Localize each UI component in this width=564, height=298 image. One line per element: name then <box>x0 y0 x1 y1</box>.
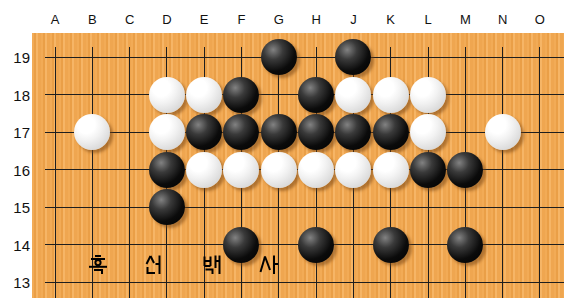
column-label-L: L <box>424 13 431 26</box>
intersection-O16[interactable] <box>521 151 558 189</box>
row-label-16: 16 <box>13 162 30 177</box>
column-label-H: H <box>311 13 320 26</box>
intersection-K13[interactable] <box>372 263 409 298</box>
white-stone-F16 <box>223 152 259 188</box>
intersection-K19[interactable] <box>372 38 409 76</box>
intersection-N13[interactable] <box>484 263 521 298</box>
column-label-A: A <box>51 13 60 26</box>
intersection-A19[interactable] <box>36 38 73 76</box>
intersection-J13[interactable] <box>335 263 372 298</box>
intersection-O18[interactable] <box>521 76 558 114</box>
row-label-17: 17 <box>13 125 30 140</box>
white-stone-J16 <box>335 152 371 188</box>
black-stone-J19 <box>335 39 371 75</box>
intersection-L14[interactable] <box>409 226 446 264</box>
intersection-H15[interactable] <box>297 188 334 226</box>
white-stone-D17 <box>149 114 185 150</box>
intersection-B15[interactable] <box>74 188 111 226</box>
black-stone-G19 <box>261 39 297 75</box>
white-stone-E18 <box>186 77 222 113</box>
intersection-N18[interactable] <box>484 76 521 114</box>
column-label-E: E <box>200 13 209 26</box>
intersection-E15[interactable] <box>186 188 223 226</box>
intersection-F15[interactable] <box>223 188 260 226</box>
intersection-D19[interactable] <box>148 38 185 76</box>
intersection-B17 <box>74 113 111 151</box>
intersection-L19[interactable] <box>409 38 446 76</box>
intersection-A16[interactable] <box>36 151 73 189</box>
intersection-B19[interactable] <box>74 38 111 76</box>
black-stone-D16 <box>149 152 185 188</box>
intersection-A14[interactable] <box>36 226 73 264</box>
intersection-M17[interactable] <box>447 113 484 151</box>
column-label-D: D <box>162 13 171 26</box>
problem-caption: 흑선백사 <box>88 255 279 275</box>
intersection-M16 <box>447 151 484 189</box>
row-label-18: 18 <box>13 87 30 102</box>
intersection-K17 <box>372 113 409 151</box>
intersection-H18 <box>297 76 334 114</box>
black-stone-M16 <box>447 152 483 188</box>
intersection-F16 <box>223 151 260 189</box>
intersection-F17 <box>223 113 260 151</box>
intersection-C15[interactable] <box>111 188 148 226</box>
intersection-H16 <box>297 151 334 189</box>
black-stone-K17 <box>373 114 409 150</box>
row-labels-strip: 19181716151413 <box>0 0 32 298</box>
intersection-N19[interactable] <box>484 38 521 76</box>
column-labels-strip: ABCDEFGHJKLMNO <box>0 0 564 33</box>
intersection-M19[interactable] <box>447 38 484 76</box>
row-label-14: 14 <box>13 237 30 252</box>
white-stone-D18 <box>149 77 185 113</box>
intersection-D15 <box>148 188 185 226</box>
column-label-G: G <box>274 13 284 26</box>
intersection-L13[interactable] <box>409 263 446 298</box>
white-stone-K16 <box>373 152 409 188</box>
intersection-A15[interactable] <box>36 188 73 226</box>
intersection-J14[interactable] <box>335 226 372 264</box>
intersection-L17 <box>409 113 446 151</box>
intersection-G18[interactable] <box>260 76 297 114</box>
intersection-G19 <box>260 38 297 76</box>
intersection-C19[interactable] <box>111 38 148 76</box>
intersection-K15[interactable] <box>372 188 409 226</box>
intersection-G15[interactable] <box>260 188 297 226</box>
black-stone-F17 <box>223 114 259 150</box>
intersection-E19[interactable] <box>186 38 223 76</box>
column-label-K: K <box>386 13 395 26</box>
intersection-N16[interactable] <box>484 151 521 189</box>
intersection-A18[interactable] <box>36 76 73 114</box>
black-stone-J17 <box>335 114 371 150</box>
intersection-H17 <box>297 113 334 151</box>
black-stone-H17 <box>298 114 334 150</box>
intersection-C17[interactable] <box>111 113 148 151</box>
white-stone-L18 <box>410 77 446 113</box>
intersection-J15[interactable] <box>335 188 372 226</box>
intersection-K18 <box>372 76 409 114</box>
white-stone-N17 <box>485 114 521 150</box>
intersection-D17 <box>148 113 185 151</box>
intersection-C16[interactable] <box>111 151 148 189</box>
intersection-C18[interactable] <box>111 76 148 114</box>
intersection-N15[interactable] <box>484 188 521 226</box>
black-stone-K14 <box>373 227 409 263</box>
intersection-G16 <box>260 151 297 189</box>
intersection-O14[interactable] <box>521 226 558 264</box>
intersection-K16 <box>372 151 409 189</box>
white-stone-G16 <box>261 152 297 188</box>
intersection-N14[interactable] <box>484 226 521 264</box>
column-label-M: M <box>460 13 471 26</box>
column-label-N: N <box>498 13 507 26</box>
row-label-19: 19 <box>13 50 30 65</box>
intersection-H14 <box>297 226 334 264</box>
black-stone-F18 <box>223 77 259 113</box>
intersection-J16 <box>335 151 372 189</box>
intersection-D16 <box>148 151 185 189</box>
white-stone-K18 <box>373 77 409 113</box>
intersection-O17[interactable] <box>521 113 558 151</box>
column-label-O: O <box>535 13 545 26</box>
black-stone-H14 <box>298 227 334 263</box>
intersection-E18 <box>186 76 223 114</box>
column-label-F: F <box>238 13 246 26</box>
intersection-O15[interactable] <box>521 188 558 226</box>
row-label-13: 13 <box>13 275 30 290</box>
black-stone-E17 <box>186 114 222 150</box>
intersection-M15[interactable] <box>447 188 484 226</box>
intersection-J18 <box>335 76 372 114</box>
intersection-D18 <box>148 76 185 114</box>
intersection-K14 <box>372 226 409 264</box>
white-stone-H16 <box>298 152 334 188</box>
intersection-M14 <box>447 226 484 264</box>
intersection-M13[interactable] <box>447 263 484 298</box>
intersection-L16 <box>409 151 446 189</box>
hangul-glyph-sa <box>259 255 279 275</box>
intersection-E16 <box>186 151 223 189</box>
black-stone-M14 <box>447 227 483 263</box>
intersection-O13[interactable] <box>521 263 558 298</box>
intersection-J19 <box>335 38 372 76</box>
white-stone-B17 <box>74 114 110 150</box>
black-stone-D15 <box>149 189 185 225</box>
intersection-L15[interactable] <box>409 188 446 226</box>
go-board[interactable]: 흑선백사 <box>32 33 564 298</box>
black-stone-L16 <box>410 152 446 188</box>
intersection-L18 <box>409 76 446 114</box>
intersection-H13[interactable] <box>297 263 334 298</box>
hangul-glyph-seon <box>145 255 165 275</box>
intersection-A17[interactable] <box>36 113 73 151</box>
white-stone-E16 <box>186 152 222 188</box>
white-stone-J18 <box>335 77 371 113</box>
row-label-15: 15 <box>13 200 30 215</box>
intersection-E17 <box>186 113 223 151</box>
column-label-B: B <box>88 13 97 26</box>
go-problem-diagram: 흑선백사 <box>0 0 564 298</box>
column-label-J: J <box>350 13 357 26</box>
black-stone-H18 <box>298 77 334 113</box>
intersection-M18[interactable] <box>447 76 484 114</box>
intersection-J17 <box>335 113 372 151</box>
hangul-glyph-baek <box>202 255 222 275</box>
intersection-B16[interactable] <box>74 151 111 189</box>
intersection-O19[interactable] <box>521 38 558 76</box>
intersection-F18 <box>223 76 260 114</box>
intersection-H19[interactable] <box>297 38 334 76</box>
white-stone-L17 <box>410 114 446 150</box>
intersection-A13[interactable] <box>36 263 73 298</box>
intersection-B18[interactable] <box>74 76 111 114</box>
hangul-glyph-heuk <box>88 255 108 275</box>
intersection-N17 <box>484 113 521 151</box>
black-stone-G17 <box>261 114 297 150</box>
intersection-G17 <box>260 113 297 151</box>
column-label-C: C <box>125 13 134 26</box>
intersection-F19[interactable] <box>223 38 260 76</box>
